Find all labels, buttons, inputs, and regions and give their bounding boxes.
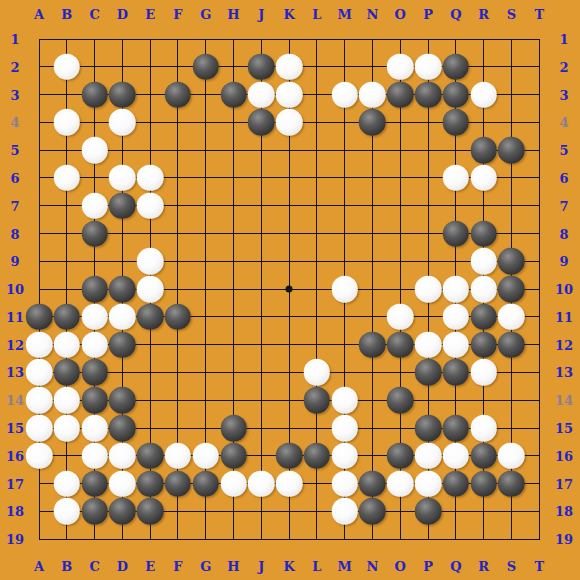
stone-white-c7[interactable] <box>81 192 108 219</box>
stone-white-a14[interactable] <box>26 387 53 414</box>
stone-black-o16[interactable] <box>387 443 414 470</box>
row-label-right-17: 17 <box>555 477 573 490</box>
row-label-left-13: 13 <box>6 366 24 379</box>
stone-black-d10[interactable] <box>109 276 136 303</box>
row-label-left-19: 19 <box>6 533 24 546</box>
row-label-right-2: 2 <box>559 60 568 73</box>
stone-black-c13[interactable] <box>81 359 108 386</box>
col-label-bottom-j: J <box>258 560 264 573</box>
stone-black-d15[interactable] <box>109 415 136 442</box>
stone-black-p18[interactable] <box>415 498 442 525</box>
stone-black-j4[interactable] <box>248 109 275 136</box>
col-label-bottom-l: L <box>312 560 321 573</box>
row-label-right-15: 15 <box>555 422 573 435</box>
stone-white-b12[interactable] <box>54 331 81 358</box>
col-label-top-g: G <box>200 8 211 21</box>
stone-white-a16[interactable] <box>26 443 53 470</box>
stone-white-c15[interactable] <box>81 415 108 442</box>
col-label-top-q: Q <box>450 8 461 21</box>
stone-black-f17[interactable] <box>165 470 192 497</box>
stone-black-s17[interactable] <box>498 470 525 497</box>
star-point-k10 <box>286 286 293 293</box>
stone-black-o14[interactable] <box>387 387 414 414</box>
stone-white-e7[interactable] <box>137 192 164 219</box>
stone-black-d3[interactable] <box>109 81 136 108</box>
col-label-top-o: O <box>395 8 406 21</box>
stone-white-q12[interactable] <box>443 331 470 358</box>
col-label-top-m: M <box>337 8 351 21</box>
row-label-right-14: 14 <box>555 394 573 407</box>
col-label-top-l: L <box>312 8 321 21</box>
stone-white-c16[interactable] <box>81 443 108 470</box>
stone-white-m10[interactable] <box>331 276 358 303</box>
stone-black-q2[interactable] <box>443 54 470 81</box>
stone-black-b13[interactable] <box>54 359 81 386</box>
col-label-top-c: C <box>89 8 99 21</box>
stone-black-c3[interactable] <box>81 81 108 108</box>
row-label-right-8: 8 <box>559 227 568 240</box>
stone-black-g17[interactable] <box>192 470 219 497</box>
stone-white-d6[interactable] <box>109 165 136 192</box>
row-label-left-16: 16 <box>6 449 24 462</box>
col-label-bottom-e: E <box>145 560 155 573</box>
stone-white-c11[interactable] <box>81 304 108 331</box>
stone-black-s12[interactable] <box>498 331 525 358</box>
col-label-top-h: H <box>227 8 239 21</box>
stone-black-r11[interactable] <box>470 304 497 331</box>
stone-white-b18[interactable] <box>54 498 81 525</box>
stone-black-r12[interactable] <box>470 331 497 358</box>
stone-black-p13[interactable] <box>415 359 442 386</box>
stone-black-r8[interactable] <box>470 220 497 247</box>
stone-white-r10[interactable] <box>470 276 497 303</box>
stone-white-m15[interactable] <box>331 415 358 442</box>
stone-black-n12[interactable] <box>359 331 386 358</box>
stone-white-a15[interactable] <box>26 415 53 442</box>
stone-black-l14[interactable] <box>304 387 331 414</box>
row-label-left-9: 9 <box>10 255 19 268</box>
stone-black-e11[interactable] <box>137 304 164 331</box>
stone-black-q4[interactable] <box>443 109 470 136</box>
row-label-right-9: 9 <box>559 255 568 268</box>
row-label-right-16: 16 <box>555 449 573 462</box>
col-label-top-t: T <box>534 8 544 21</box>
stone-white-b15[interactable] <box>54 415 81 442</box>
stone-white-p17[interactable] <box>415 470 442 497</box>
row-label-left-5: 5 <box>10 144 19 157</box>
row-label-left-8: 8 <box>10 227 19 240</box>
row-label-right-18: 18 <box>555 505 573 518</box>
stone-white-m16[interactable] <box>331 443 358 470</box>
stone-white-b14[interactable] <box>54 387 81 414</box>
row-label-left-1: 1 <box>10 33 19 46</box>
stone-black-h16[interactable] <box>220 443 247 470</box>
col-label-top-e: E <box>145 8 155 21</box>
row-label-right-3: 3 <box>559 88 568 101</box>
stone-black-s10[interactable] <box>498 276 525 303</box>
stone-white-d17[interactable] <box>109 470 136 497</box>
stone-black-a11[interactable] <box>26 304 53 331</box>
stone-white-s16[interactable] <box>498 443 525 470</box>
stone-white-o2[interactable] <box>387 54 414 81</box>
row-label-left-11: 11 <box>6 310 24 323</box>
col-label-top-r: R <box>478 8 489 21</box>
row-label-left-15: 15 <box>6 422 24 435</box>
stone-white-k3[interactable] <box>276 81 303 108</box>
row-label-right-13: 13 <box>555 366 573 379</box>
stone-white-p16[interactable] <box>415 443 442 470</box>
row-label-right-12: 12 <box>555 338 573 351</box>
col-label-top-j: J <box>258 8 264 21</box>
col-label-bottom-b: B <box>61 560 72 573</box>
stone-black-g2[interactable] <box>192 54 219 81</box>
stone-black-p3[interactable] <box>415 81 442 108</box>
stone-black-k16[interactable] <box>276 443 303 470</box>
row-label-left-4: 4 <box>10 116 19 129</box>
row-label-left-10: 10 <box>6 283 24 296</box>
row-label-left-12: 12 <box>6 338 24 351</box>
row-label-right-19: 19 <box>555 533 573 546</box>
row-label-right-4: 4 <box>559 116 568 129</box>
stone-black-e18[interactable] <box>137 498 164 525</box>
stone-white-c12[interactable] <box>81 331 108 358</box>
col-label-bottom-h: H <box>227 560 239 573</box>
stone-white-m18[interactable] <box>331 498 358 525</box>
stone-white-c5[interactable] <box>81 137 108 164</box>
col-label-bottom-s: S <box>507 560 516 573</box>
row-label-left-17: 17 <box>6 477 24 490</box>
stone-black-d7[interactable] <box>109 192 136 219</box>
stone-white-n3[interactable] <box>359 81 386 108</box>
col-label-top-k: K <box>283 8 294 21</box>
stone-black-b11[interactable] <box>54 304 81 331</box>
row-label-right-10: 10 <box>555 283 573 296</box>
stone-white-a12[interactable] <box>26 331 53 358</box>
stone-black-d14[interactable] <box>109 387 136 414</box>
row-label-left-6: 6 <box>10 171 19 184</box>
stone-white-q10[interactable] <box>443 276 470 303</box>
row-label-right-11: 11 <box>555 310 573 323</box>
stone-white-p2[interactable] <box>415 54 442 81</box>
stone-black-d18[interactable] <box>109 498 136 525</box>
grid-line-horizontal <box>39 539 540 540</box>
stone-white-e9[interactable] <box>137 248 164 275</box>
go-board[interactable] <box>39 39 540 540</box>
stone-black-c8[interactable] <box>81 220 108 247</box>
stone-black-f11[interactable] <box>165 304 192 331</box>
stone-white-a13[interactable] <box>26 359 53 386</box>
stone-white-r15[interactable] <box>470 415 497 442</box>
stone-white-b2[interactable] <box>54 54 81 81</box>
row-label-right-1: 1 <box>559 33 568 46</box>
stone-black-q13[interactable] <box>443 359 470 386</box>
col-label-top-p: P <box>423 8 433 21</box>
stone-black-r17[interactable] <box>470 470 497 497</box>
stone-black-p15[interactable] <box>415 415 442 442</box>
stone-black-l16[interactable] <box>304 443 331 470</box>
stone-white-j3[interactable] <box>248 81 275 108</box>
stone-white-p12[interactable] <box>415 331 442 358</box>
stone-black-s9[interactable] <box>498 248 525 275</box>
stone-white-f16[interactable] <box>165 443 192 470</box>
row-label-left-14: 14 <box>6 394 24 407</box>
stone-white-r9[interactable] <box>470 248 497 275</box>
stone-white-d11[interactable] <box>109 304 136 331</box>
stone-white-d16[interactable] <box>109 443 136 470</box>
col-label-bottom-k: K <box>283 560 294 573</box>
stone-white-o11[interactable] <box>387 304 414 331</box>
col-label-bottom-c: C <box>89 560 99 573</box>
col-label-top-s: S <box>507 8 516 21</box>
col-label-top-d: D <box>117 8 128 21</box>
stone-black-f3[interactable] <box>165 81 192 108</box>
stone-white-e6[interactable] <box>137 165 164 192</box>
stone-white-d4[interactable] <box>109 109 136 136</box>
row-label-left-2: 2 <box>10 60 19 73</box>
col-label-top-f: F <box>173 8 182 21</box>
col-label-bottom-o: O <box>395 560 406 573</box>
row-label-right-6: 6 <box>559 171 568 184</box>
stone-white-b6[interactable] <box>54 165 81 192</box>
stone-black-q15[interactable] <box>443 415 470 442</box>
stone-black-c14[interactable] <box>81 387 108 414</box>
row-label-left-18: 18 <box>6 505 24 518</box>
stone-white-k4[interactable] <box>276 109 303 136</box>
col-label-bottom-p: P <box>423 560 433 573</box>
stone-white-m14[interactable] <box>331 387 358 414</box>
col-label-bottom-d: D <box>117 560 128 573</box>
go-board-app: AABBCCDDEEFFGGHHJJKKLLMMNNOOPPQQRRSSTT11… <box>0 0 580 580</box>
stone-white-r13[interactable] <box>470 359 497 386</box>
stone-black-n17[interactable] <box>359 470 386 497</box>
col-label-bottom-m: M <box>337 560 351 573</box>
stone-white-g16[interactable] <box>192 443 219 470</box>
stone-black-h15[interactable] <box>220 415 247 442</box>
stone-black-q8[interactable] <box>443 220 470 247</box>
stone-black-r16[interactable] <box>470 443 497 470</box>
stone-white-r6[interactable] <box>470 165 497 192</box>
stone-black-s5[interactable] <box>498 137 525 164</box>
stone-white-m17[interactable] <box>331 470 358 497</box>
stone-white-o17[interactable] <box>387 470 414 497</box>
stone-white-b4[interactable] <box>54 109 81 136</box>
col-label-bottom-a: A <box>34 560 44 573</box>
stone-white-q11[interactable] <box>443 304 470 331</box>
stone-white-l13[interactable] <box>304 359 331 386</box>
stone-black-d12[interactable] <box>109 331 136 358</box>
stone-black-c10[interactable] <box>81 276 108 303</box>
stone-white-p10[interactable] <box>415 276 442 303</box>
stone-black-c17[interactable] <box>81 470 108 497</box>
stone-black-n4[interactable] <box>359 109 386 136</box>
col-label-bottom-q: Q <box>450 560 461 573</box>
stone-black-q17[interactable] <box>443 470 470 497</box>
stone-black-e16[interactable] <box>137 443 164 470</box>
stone-black-r5[interactable] <box>470 137 497 164</box>
stone-white-b17[interactable] <box>54 470 81 497</box>
row-label-left-3: 3 <box>10 88 19 101</box>
stone-white-q6[interactable] <box>443 165 470 192</box>
col-label-top-n: N <box>367 8 379 21</box>
stone-white-r3[interactable] <box>470 81 497 108</box>
col-label-bottom-t: T <box>534 560 544 573</box>
stone-white-m3[interactable] <box>331 81 358 108</box>
col-label-bottom-f: F <box>173 560 182 573</box>
col-label-bottom-n: N <box>367 560 379 573</box>
row-label-right-5: 5 <box>559 144 568 157</box>
col-label-top-b: B <box>61 8 72 21</box>
col-label-bottom-g: G <box>200 560 211 573</box>
stone-black-o12[interactable] <box>387 331 414 358</box>
stone-black-j2[interactable] <box>248 54 275 81</box>
grid-line-vertical <box>539 39 540 540</box>
col-label-bottom-r: R <box>478 560 489 573</box>
stone-white-e10[interactable] <box>137 276 164 303</box>
stone-black-n18[interactable] <box>359 498 386 525</box>
stone-white-j17[interactable] <box>248 470 275 497</box>
stone-black-h3[interactable] <box>220 81 247 108</box>
stone-white-q16[interactable] <box>443 443 470 470</box>
row-label-right-7: 7 <box>559 199 568 212</box>
stone-black-c18[interactable] <box>81 498 108 525</box>
stone-white-k17[interactable] <box>276 470 303 497</box>
stone-black-e17[interactable] <box>137 470 164 497</box>
stone-white-k2[interactable] <box>276 54 303 81</box>
stone-white-h17[interactable] <box>220 470 247 497</box>
row-label-left-7: 7 <box>10 199 19 212</box>
stone-white-s11[interactable] <box>498 304 525 331</box>
col-label-top-a: A <box>34 8 44 21</box>
stone-black-q3[interactable] <box>443 81 470 108</box>
stone-black-o3[interactable] <box>387 81 414 108</box>
